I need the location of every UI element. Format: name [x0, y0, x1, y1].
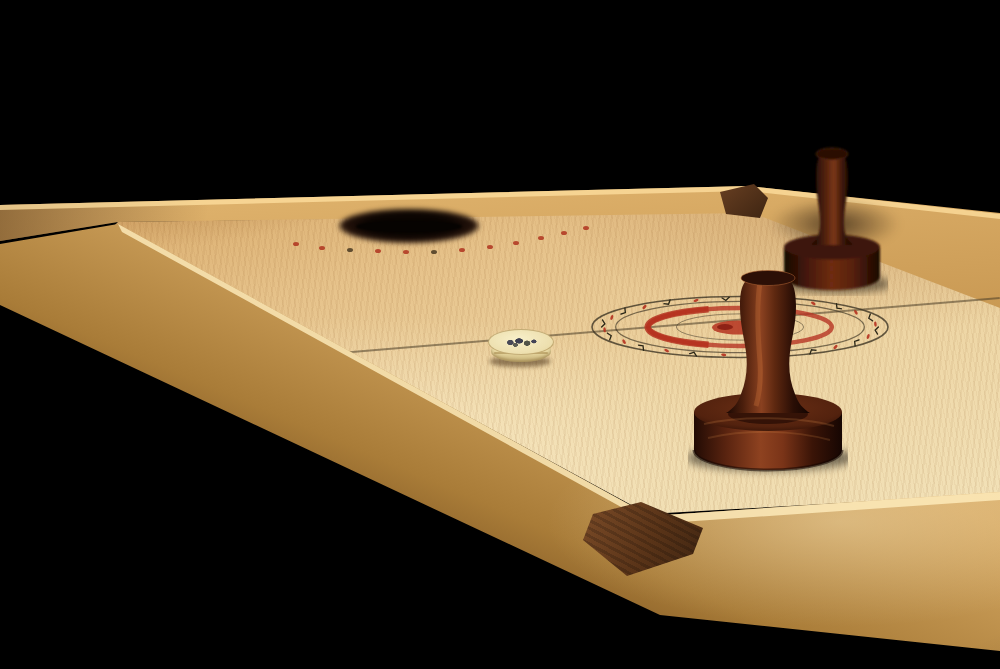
centre-circle-part: [874, 321, 877, 326]
pusher-foreground-knob-top: [741, 271, 795, 286]
hole-dot: [459, 248, 465, 252]
centre-circle-part: [867, 313, 873, 322]
centre-circle-part: [875, 326, 879, 334]
hole-dot: [375, 249, 381, 253]
centre-circle-part: [601, 319, 605, 327]
hole-dot: [487, 245, 493, 249]
centre-circle-part: [610, 315, 614, 321]
centre-circle-part: [622, 339, 627, 345]
hole-dot: [431, 250, 437, 254]
centre-circle-part: [664, 348, 670, 353]
pusher-rear-handle: [811, 150, 853, 245]
goal-hole-core: [356, 220, 462, 233]
centre-circle-part: [642, 304, 648, 310]
pusher-rear-knob-top: [816, 148, 848, 160]
centre-circle-part: [603, 327, 606, 332]
hole-dot: [319, 246, 325, 250]
hole-dot: [513, 241, 519, 245]
pusher-foreground-handle: [726, 274, 810, 413]
disc-printed-motif: [502, 336, 540, 349]
centre-circle-part: [866, 334, 870, 340]
hole-dot: [403, 250, 409, 254]
hole-dot: [293, 242, 299, 246]
hole-dot: [561, 231, 567, 235]
pusher-foreground[interactable]: [688, 266, 848, 484]
centre-circle-part: [853, 309, 858, 315]
centre-circle-part: [607, 332, 613, 341]
hole-dot: [347, 248, 353, 252]
photo-stage: [0, 0, 1000, 669]
striker-disc[interactable]: [488, 327, 554, 369]
pusher-foreground-graphic: [688, 266, 848, 480]
hole-dot: [583, 226, 589, 230]
hole-dot: [538, 236, 544, 240]
